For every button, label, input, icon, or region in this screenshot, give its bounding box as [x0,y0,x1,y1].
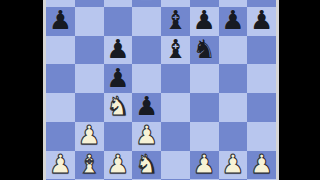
letterbox-left [0,0,43,180]
square-d5[interactable] [132,64,161,93]
square-b4[interactable] [75,93,104,122]
square-h7[interactable]: ♟ [247,7,276,36]
square-d8[interactable]: ♛ [132,0,161,7]
square-b8[interactable] [75,0,104,7]
white-pawn: ♟ [192,151,215,177]
black-pawn: ♟ [221,7,244,33]
square-g3[interactable] [219,122,248,151]
square-g4[interactable] [219,93,248,122]
square-a7[interactable]: ♟ [46,7,75,36]
square-d2[interactable]: ♞ [132,151,161,180]
black-pawn: ♟ [106,65,129,91]
black-bishop: ♝ [164,7,187,33]
white-pawn: ♟ [49,151,72,177]
square-c8[interactable]: ♜ [104,0,133,7]
square-e3[interactable] [161,122,190,151]
white-bishop: ♝ [77,151,100,177]
black-bishop: ♝ [164,36,187,62]
square-c2[interactable]: ♟ [104,151,133,180]
square-g6[interactable] [219,36,248,65]
white-knight: ♞ [135,151,158,177]
video-frame: ♜♛♚♟♝♟♟♟♟♝♞♟♞♟♟♟♟♝♟♞♟♟♟♜♛♚♝♜ [0,0,320,180]
square-c4[interactable]: ♞ [104,93,133,122]
white-pawn: ♟ [250,151,273,177]
square-h6[interactable] [247,36,276,65]
square-d7[interactable] [132,7,161,36]
black-pawn: ♟ [192,7,215,33]
square-c3[interactable] [104,122,133,151]
white-pawn: ♟ [135,122,158,148]
square-f1[interactable]: ♝ [190,179,219,180]
square-e4[interactable] [161,93,190,122]
square-g2[interactable]: ♟ [219,151,248,180]
square-d6[interactable] [132,36,161,65]
square-d3[interactable]: ♟ [132,122,161,151]
square-h2[interactable]: ♟ [247,151,276,180]
square-f5[interactable] [190,64,219,93]
square-a1[interactable]: ♜ [46,179,75,180]
chess-board: ♜♛♚♟♝♟♟♟♟♝♞♟♞♟♟♟♟♝♟♞♟♟♟♜♛♚♝♜ [46,0,276,180]
square-g7[interactable]: ♟ [219,7,248,36]
square-e7[interactable]: ♝ [161,7,190,36]
square-d4[interactable]: ♟ [132,93,161,122]
square-h5[interactable] [247,64,276,93]
square-e5[interactable] [161,64,190,93]
square-b3[interactable]: ♟ [75,122,104,151]
square-g1[interactable] [219,179,248,180]
square-a5[interactable] [46,64,75,93]
square-f2[interactable]: ♟ [190,151,219,180]
square-g5[interactable] [219,64,248,93]
square-e2[interactable] [161,151,190,180]
square-h4[interactable] [247,93,276,122]
black-rook: ♜ [106,0,129,4]
square-f4[interactable] [190,93,219,122]
black-pawn: ♟ [250,7,273,33]
white-pawn: ♟ [77,122,100,148]
square-b1[interactable] [75,179,104,180]
black-pawn: ♟ [49,7,72,33]
black-king: ♚ [164,0,187,4]
square-h3[interactable] [247,122,276,151]
square-f6[interactable]: ♞ [190,36,219,65]
white-knight: ♞ [106,93,129,119]
square-c5[interactable]: ♟ [104,64,133,93]
square-c7[interactable] [104,7,133,36]
square-b7[interactable] [75,7,104,36]
white-pawn: ♟ [221,151,244,177]
black-pawn: ♟ [106,36,129,62]
square-b6[interactable] [75,36,104,65]
square-e1[interactable]: ♚ [161,179,190,180]
black-pawn: ♟ [135,93,158,119]
square-a2[interactable]: ♟ [46,151,75,180]
square-e6[interactable]: ♝ [161,36,190,65]
square-a6[interactable] [46,36,75,65]
square-h1[interactable]: ♜ [247,179,276,180]
square-a3[interactable] [46,122,75,151]
square-f7[interactable]: ♟ [190,7,219,36]
white-pawn: ♟ [106,151,129,177]
square-c1[interactable] [104,179,133,180]
square-a4[interactable] [46,93,75,122]
square-d1[interactable]: ♛ [132,179,161,180]
square-f3[interactable] [190,122,219,151]
square-b2[interactable]: ♝ [75,151,104,180]
black-queen: ♛ [135,0,158,4]
black-knight: ♞ [192,36,215,62]
square-c6[interactable]: ♟ [104,36,133,65]
letterbox-right [279,0,320,180]
square-b5[interactable] [75,64,104,93]
